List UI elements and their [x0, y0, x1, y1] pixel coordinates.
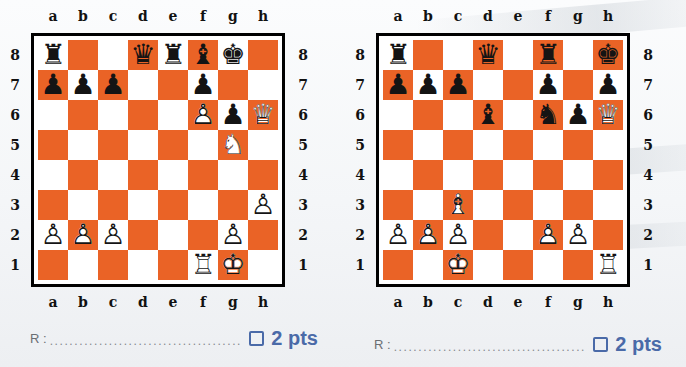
- square-a1: [38, 250, 68, 280]
- chess-board-left: ♜♛♜♝♚♟♟♟♟♟♙♟♛♕♞♘♟♙♟♙♟♙♟♙♟♙♜♖♚♔: [31, 33, 285, 287]
- piece-white-pawn: ♙: [218, 220, 248, 250]
- square-f8: ♜: [533, 40, 563, 70]
- file-label-g: g: [563, 4, 593, 28]
- square-h6: ♛♕: [593, 100, 623, 130]
- rank-labels-right: 87654321: [638, 40, 658, 280]
- square-h4: [248, 160, 278, 190]
- square-e7: [503, 70, 533, 100]
- square-b7: ♟: [413, 70, 443, 100]
- square-h7: ♟: [593, 70, 623, 100]
- square-d7: [128, 70, 158, 100]
- square-h5: [593, 130, 623, 160]
- square-e4: [503, 160, 533, 190]
- square-e1: [158, 250, 188, 280]
- square-d5: [473, 130, 503, 160]
- square-g7: [563, 70, 593, 100]
- square-h2: [593, 220, 623, 250]
- square-e5: [158, 130, 188, 160]
- square-e1: [503, 250, 533, 280]
- piece-black-bishop: ♝: [473, 100, 503, 130]
- file-label-e: e: [503, 4, 533, 28]
- square-h2: [248, 220, 278, 250]
- square-e6: [158, 100, 188, 130]
- rank-label-8: 8: [293, 47, 313, 63]
- rank-label-5: 5: [5, 137, 25, 153]
- square-d1: [473, 250, 503, 280]
- square-h6: ♛♕: [248, 100, 278, 130]
- square-f2: [188, 220, 218, 250]
- piece-black-pawn: ♟: [38, 70, 68, 100]
- square-d8: ♛: [128, 40, 158, 70]
- rank-label-1: 1: [5, 257, 25, 273]
- square-d1: [128, 250, 158, 280]
- square-h1: ♜♖: [593, 250, 623, 280]
- file-labels-top: abcdefgh: [383, 4, 623, 28]
- square-b3: [413, 190, 443, 220]
- rank-label-4: 4: [293, 167, 313, 183]
- square-c3: [98, 190, 128, 220]
- square-h3: [593, 190, 623, 220]
- rank-label-4: 4: [5, 167, 25, 183]
- piece-white-pawn: ♙: [248, 190, 278, 220]
- file-label-f: f: [533, 4, 563, 28]
- rank-label-4: 4: [350, 167, 370, 183]
- file-label-b: b: [68, 290, 98, 314]
- file-label-b: b: [68, 4, 98, 28]
- square-d6: [128, 100, 158, 130]
- square-c4: [443, 160, 473, 190]
- piece-white-pawn: ♙: [413, 220, 443, 250]
- square-g2: ♟♙: [218, 220, 248, 250]
- rank-label-7: 7: [5, 77, 25, 93]
- square-a7: ♟: [383, 70, 413, 100]
- file-label-f: f: [188, 4, 218, 28]
- rank-label-5: 5: [350, 137, 370, 153]
- rank-label-7: 7: [293, 77, 313, 93]
- square-e7: [158, 70, 188, 100]
- square-c2: ♟♙: [98, 220, 128, 250]
- square-f6: ♞: [533, 100, 563, 130]
- square-g5: ♞♘: [218, 130, 248, 160]
- piece-white-pawn: ♙: [383, 220, 413, 250]
- square-g3: [218, 190, 248, 220]
- square-b8: [68, 40, 98, 70]
- piece-black-rook: ♜: [533, 40, 563, 70]
- piece-white-king: ♔: [443, 250, 473, 280]
- rank-label-2: 2: [5, 227, 25, 243]
- file-label-h: h: [593, 290, 623, 314]
- rank-label-5: 5: [293, 137, 313, 153]
- piece-black-pawn: ♟: [593, 70, 623, 100]
- square-e2: [503, 220, 533, 250]
- file-labels-bottom: abcdefgh: [38, 290, 278, 314]
- piece-black-pawn: ♟: [383, 70, 413, 100]
- rank-label-3: 3: [5, 197, 25, 213]
- square-f3: [188, 190, 218, 220]
- rank-label-7: 7: [350, 77, 370, 93]
- square-e4: [158, 160, 188, 190]
- square-c8: [98, 40, 128, 70]
- square-c1: [98, 250, 128, 280]
- square-b6: [413, 100, 443, 130]
- file-label-c: c: [443, 4, 473, 28]
- file-label-c: c: [443, 290, 473, 314]
- square-e3: [158, 190, 188, 220]
- square-f4: [188, 160, 218, 190]
- piece-black-pawn: ♟: [98, 70, 128, 100]
- rank-label-1: 1: [293, 257, 313, 273]
- file-label-d: d: [473, 290, 503, 314]
- square-h4: [593, 160, 623, 190]
- square-h1: [248, 250, 278, 280]
- square-e2: [158, 220, 188, 250]
- file-label-b: b: [413, 4, 443, 28]
- square-b6: [68, 100, 98, 130]
- square-b8: [413, 40, 443, 70]
- square-f1: ♜♖: [188, 250, 218, 280]
- file-labels-top: abcdefgh: [38, 4, 278, 28]
- rank-label-2: 2: [638, 227, 658, 243]
- square-h8: ♚: [593, 40, 623, 70]
- square-d2: [473, 220, 503, 250]
- square-b4: [413, 160, 443, 190]
- file-label-d: d: [473, 4, 503, 28]
- square-f4: [533, 160, 563, 190]
- square-d4: [128, 160, 158, 190]
- square-g1: [563, 250, 593, 280]
- square-g1: ♚♔: [218, 250, 248, 280]
- piece-black-bishop: ♝: [188, 40, 218, 70]
- file-label-d: d: [128, 4, 158, 28]
- square-d6: ♝: [473, 100, 503, 130]
- rank-labels-right: 87654321: [293, 40, 313, 280]
- square-g7: [218, 70, 248, 100]
- rank-label-7: 7: [638, 77, 658, 93]
- square-f5: [533, 130, 563, 160]
- square-e6: [503, 100, 533, 130]
- piece-white-knight: ♘: [218, 130, 248, 160]
- piece-white-pawn: ♙: [98, 220, 128, 250]
- piece-white-pawn: ♙: [188, 100, 218, 130]
- square-f2: ♟♙: [533, 220, 563, 250]
- rank-label-4: 4: [638, 167, 658, 183]
- piece-black-king: ♚: [593, 40, 623, 70]
- answer-checkbox[interactable]: [249, 331, 264, 346]
- piece-white-king: ♔: [218, 250, 248, 280]
- rank-label-1: 1: [350, 257, 370, 273]
- answer-dots[interactable]: ........................................…: [394, 340, 587, 354]
- file-label-a: a: [38, 290, 68, 314]
- piece-black-pawn: ♟: [443, 70, 473, 100]
- file-label-g: g: [218, 4, 248, 28]
- square-a6: [383, 100, 413, 130]
- square-c6: [443, 100, 473, 130]
- square-d2: [128, 220, 158, 250]
- piece-white-pawn: ♙: [68, 220, 98, 250]
- points-label: 2 pts: [271, 327, 318, 350]
- square-e8: ♜: [158, 40, 188, 70]
- answer-row-left: R : ....................................…: [30, 325, 318, 351]
- square-a6: [38, 100, 68, 130]
- square-b5: [413, 130, 443, 160]
- square-c6: [98, 100, 128, 130]
- rank-label-8: 8: [5, 47, 25, 63]
- rank-label-1: 1: [638, 257, 658, 273]
- piece-white-rook: ♖: [593, 250, 623, 280]
- square-d3: [473, 190, 503, 220]
- square-c8: [443, 40, 473, 70]
- square-h5: [248, 130, 278, 160]
- square-g3: [563, 190, 593, 220]
- piece-white-rook: ♖: [188, 250, 218, 280]
- piece-white-pawn: ♙: [38, 220, 68, 250]
- square-g4: [218, 160, 248, 190]
- square-f7: ♟: [188, 70, 218, 100]
- file-label-h: h: [593, 4, 623, 28]
- square-f7: ♟: [533, 70, 563, 100]
- square-f5: [188, 130, 218, 160]
- square-d4: [473, 160, 503, 190]
- piece-black-king: ♚: [218, 40, 248, 70]
- square-a4: [38, 160, 68, 190]
- square-c4: [98, 160, 128, 190]
- square-a3: [383, 190, 413, 220]
- rank-label-3: 3: [638, 197, 658, 213]
- square-b1: [413, 250, 443, 280]
- square-c7: ♟: [443, 70, 473, 100]
- square-b4: [68, 160, 98, 190]
- file-label-c: c: [98, 4, 128, 28]
- square-c5: [98, 130, 128, 160]
- square-d7: [473, 70, 503, 100]
- rank-label-6: 6: [5, 107, 25, 123]
- square-a2: ♟♙: [38, 220, 68, 250]
- file-label-e: e: [503, 290, 533, 314]
- answer-row-right: R : ....................................…: [374, 331, 662, 357]
- file-label-a: a: [383, 290, 413, 314]
- file-label-c: c: [98, 290, 128, 314]
- file-label-f: f: [188, 290, 218, 314]
- piece-black-pawn: ♟: [188, 70, 218, 100]
- square-f1: [533, 250, 563, 280]
- file-label-h: h: [248, 290, 278, 314]
- square-c2: ♟♙: [443, 220, 473, 250]
- piece-white-pawn: ♙: [563, 220, 593, 250]
- piece-black-rook: ♜: [383, 40, 413, 70]
- square-a3: [38, 190, 68, 220]
- square-e5: [503, 130, 533, 160]
- file-label-d: d: [128, 290, 158, 314]
- rank-label-6: 6: [350, 107, 370, 123]
- rank-label-2: 2: [350, 227, 370, 243]
- square-g2: ♟♙: [563, 220, 593, 250]
- square-e8: [503, 40, 533, 70]
- square-c1: ♚♔: [443, 250, 473, 280]
- square-a1: [383, 250, 413, 280]
- chess-worksheet: { "game": "chess", "board": { "files": […: [0, 0, 686, 367]
- piece-black-pawn: ♟: [68, 70, 98, 100]
- rank-label-8: 8: [638, 47, 658, 63]
- rank-label-2: 2: [293, 227, 313, 243]
- rank-label-3: 3: [350, 197, 370, 213]
- piece-black-pawn: ♟: [533, 70, 563, 100]
- piece-black-knight: ♞: [533, 100, 563, 130]
- piece-white-queen: ♕: [593, 100, 623, 130]
- square-c3: ♝♗: [443, 190, 473, 220]
- piece-white-queen: ♕: [248, 100, 278, 130]
- square-b2: ♟♙: [413, 220, 443, 250]
- answer-label: R :: [374, 337, 391, 352]
- file-label-b: b: [413, 290, 443, 314]
- piece-black-pawn: ♟: [563, 100, 593, 130]
- square-g8: ♚: [218, 40, 248, 70]
- rank-label-3: 3: [293, 197, 313, 213]
- square-d5: [128, 130, 158, 160]
- file-label-e: e: [158, 4, 188, 28]
- file-label-g: g: [218, 290, 248, 314]
- square-a5: [38, 130, 68, 160]
- square-b7: ♟: [68, 70, 98, 100]
- square-h7: [248, 70, 278, 100]
- square-g4: [563, 160, 593, 190]
- file-labels-bottom: abcdefgh: [383, 290, 623, 314]
- square-b2: ♟♙: [68, 220, 98, 250]
- square-c7: ♟: [98, 70, 128, 100]
- rank-label-6: 6: [638, 107, 658, 123]
- piece-black-pawn: ♟: [218, 100, 248, 130]
- square-b5: [68, 130, 98, 160]
- piece-white-pawn: ♙: [533, 220, 563, 250]
- piece-black-queen: ♛: [473, 40, 503, 70]
- square-b3: [68, 190, 98, 220]
- piece-black-queen: ♛: [128, 40, 158, 70]
- answer-checkbox[interactable]: [593, 337, 608, 352]
- answer-label: R :: [30, 331, 47, 346]
- rank-label-6: 6: [293, 107, 313, 123]
- square-a8: ♜: [38, 40, 68, 70]
- square-a8: ♜: [383, 40, 413, 70]
- square-f6: ♟♙: [188, 100, 218, 130]
- file-label-a: a: [383, 4, 413, 28]
- square-d3: [128, 190, 158, 220]
- file-label-a: a: [38, 4, 68, 28]
- square-e3: [503, 190, 533, 220]
- rank-label-8: 8: [350, 47, 370, 63]
- file-label-e: e: [158, 290, 188, 314]
- square-d8: ♛: [473, 40, 503, 70]
- piece-black-pawn: ♟: [413, 70, 443, 100]
- rank-labels-left: 87654321: [350, 40, 370, 280]
- file-label-h: h: [248, 4, 278, 28]
- piece-white-bishop: ♗: [443, 190, 473, 220]
- rank-labels-left: 87654321: [5, 40, 25, 280]
- square-g8: [563, 40, 593, 70]
- square-a7: ♟: [38, 70, 68, 100]
- points-label: 2 pts: [615, 333, 662, 356]
- piece-white-pawn: ♙: [443, 220, 473, 250]
- square-g6: ♟: [563, 100, 593, 130]
- answer-dots[interactable]: ........................................…: [50, 334, 243, 348]
- square-c5: [443, 130, 473, 160]
- piece-black-rook: ♜: [38, 40, 68, 70]
- square-a2: ♟♙: [383, 220, 413, 250]
- square-a5: [383, 130, 413, 160]
- piece-black-rook: ♜: [158, 40, 188, 70]
- file-label-f: f: [533, 290, 563, 314]
- square-b1: [68, 250, 98, 280]
- square-g5: [563, 130, 593, 160]
- rank-label-5: 5: [638, 137, 658, 153]
- file-label-g: g: [563, 290, 593, 314]
- square-g6: ♟: [218, 100, 248, 130]
- square-h8: [248, 40, 278, 70]
- chess-board-right: ♜♛♜♚♟♟♟♟♟♝♞♟♛♕♝♗♟♙♟♙♟♙♟♙♟♙♚♔♜♖: [376, 33, 630, 287]
- square-h3: ♟♙: [248, 190, 278, 220]
- square-f3: [533, 190, 563, 220]
- square-f8: ♝: [188, 40, 218, 70]
- square-a4: [383, 160, 413, 190]
